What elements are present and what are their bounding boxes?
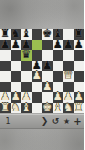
square-b2[interactable]: ♟: [11, 92, 22, 103]
black-knight-b8[interactable]: ♞: [11, 28, 22, 39]
white-pawn-f2[interactable]: ♟: [53, 91, 64, 102]
white-bishop-f1[interactable]: ♝: [53, 101, 64, 112]
square-g4[interactable]: ♛: [63, 71, 74, 82]
square-g7[interactable]: ♟: [63, 40, 74, 51]
square-f5[interactable]: [53, 61, 64, 72]
black-king-e8[interactable]: ♚: [42, 28, 53, 39]
square-b8[interactable]: ♞: [11, 29, 22, 40]
square-a1[interactable]: ♜: [0, 103, 11, 114]
black-pawn-d5[interactable]: ♟: [32, 59, 43, 70]
square-d2[interactable]: [32, 92, 43, 103]
square-b6[interactable]: [11, 50, 22, 61]
undo-icon[interactable]: ↺: [51, 115, 60, 128]
square-h8[interactable]: ♜: [74, 29, 85, 40]
square-e2[interactable]: [42, 92, 53, 103]
black-rook-h8[interactable]: ♜: [74, 28, 85, 39]
star-icon[interactable]: ★: [62, 115, 71, 128]
square-h3[interactable]: [74, 82, 85, 93]
black-bishop-c8[interactable]: ♝: [21, 28, 32, 39]
square-h7[interactable]: ♟: [74, 40, 85, 51]
app-background: ♜♞♝♚♝♜♟♟♟♟♟♟♛♟♟♟♛♟♟♟♟♟♟♟♜♞♝♚♝♞♜ 1 ❯ ↺ ★ …: [0, 0, 84, 150]
square-f2[interactable]: ♟: [53, 92, 64, 103]
square-a6[interactable]: [0, 50, 11, 61]
square-g5[interactable]: [63, 61, 74, 72]
square-e1[interactable]: ♚: [42, 103, 53, 114]
square-e6[interactable]: [42, 50, 53, 61]
square-f8[interactable]: ♝: [53, 29, 64, 40]
square-f7[interactable]: ♟: [53, 40, 64, 51]
square-d1[interactable]: [32, 103, 43, 114]
square-f6[interactable]: [53, 50, 64, 61]
square-d7[interactable]: [32, 40, 43, 51]
black-pawn-a7[interactable]: ♟: [0, 38, 11, 49]
square-c4[interactable]: [21, 71, 32, 82]
square-e3[interactable]: ♟: [42, 82, 53, 93]
chess-board[interactable]: ♜♞♝♚♝♜♟♟♟♟♟♟♛♟♟♟♛♟♟♟♟♟♟♟♜♞♝♚♝♞♜: [0, 29, 84, 113]
square-c2[interactable]: ♟: [21, 92, 32, 103]
square-b7[interactable]: ♟: [11, 40, 22, 51]
square-h5[interactable]: [74, 61, 85, 72]
white-pawn-e3[interactable]: ♟: [42, 80, 53, 91]
black-pawn-e5[interactable]: ♟: [42, 59, 53, 70]
black-pawn-c7[interactable]: ♟: [21, 38, 32, 49]
square-d8[interactable]: [32, 29, 43, 40]
square-h6[interactable]: [74, 50, 85, 61]
square-g1[interactable]: ♞: [63, 103, 74, 114]
bottom-toolbar: 1 ❯ ↺ ★ +: [0, 114, 84, 129]
square-c7[interactable]: ♟: [21, 40, 32, 51]
white-knight-b1[interactable]: ♞: [11, 101, 22, 112]
square-g3[interactable]: [63, 82, 74, 93]
square-b4[interactable]: [11, 71, 22, 82]
square-g8[interactable]: [63, 29, 74, 40]
white-knight-g1[interactable]: ♞: [63, 101, 74, 112]
white-rook-h1[interactable]: ♜: [74, 101, 85, 112]
square-e7[interactable]: [42, 40, 53, 51]
square-d6[interactable]: [32, 50, 43, 61]
square-a8[interactable]: ♜: [0, 29, 11, 40]
square-h1[interactable]: ♜: [74, 103, 85, 114]
square-d3[interactable]: [32, 82, 43, 93]
black-queen-c6[interactable]: ♛: [21, 49, 32, 60]
square-c3[interactable]: [21, 82, 32, 93]
plus-icon[interactable]: +: [73, 115, 82, 128]
square-a5[interactable]: [0, 61, 11, 72]
white-pawn-c2[interactable]: ♟: [21, 91, 32, 102]
square-e5[interactable]: ♟: [42, 61, 53, 72]
white-pawn-g2[interactable]: ♟: [63, 91, 74, 102]
black-pawn-h7[interactable]: ♟: [74, 38, 85, 49]
square-c6[interactable]: ♛: [21, 50, 32, 61]
square-f4[interactable]: [53, 71, 64, 82]
square-d4[interactable]: ♟: [32, 71, 43, 82]
square-a4[interactable]: [0, 71, 11, 82]
move-number-label: 1: [4, 115, 12, 128]
square-c5[interactable]: [21, 61, 32, 72]
white-pawn-a2[interactable]: ♟: [0, 91, 11, 102]
square-e4[interactable]: [42, 71, 53, 82]
square-g2[interactable]: ♟: [63, 92, 74, 103]
square-c1[interactable]: ♝: [21, 103, 32, 114]
black-pawn-f7[interactable]: ♟: [53, 38, 64, 49]
square-e8[interactable]: ♚: [42, 29, 53, 40]
white-pawn-d4[interactable]: ♟: [32, 70, 43, 81]
square-g6[interactable]: [63, 50, 74, 61]
square-f3[interactable]: [53, 82, 64, 93]
square-c8[interactable]: ♝: [21, 29, 32, 40]
black-pawn-g7[interactable]: ♟: [63, 38, 74, 49]
square-h2[interactable]: ♟: [74, 92, 85, 103]
square-d5[interactable]: ♟: [32, 61, 43, 72]
square-b1[interactable]: ♞: [11, 103, 22, 114]
white-queen-g4[interactable]: ♛: [63, 70, 74, 81]
square-a7[interactable]: ♟: [0, 40, 11, 51]
black-rook-a8[interactable]: ♜: [0, 28, 11, 39]
square-h4[interactable]: [74, 71, 85, 82]
square-f1[interactable]: ♝: [53, 103, 64, 114]
white-pawn-h2[interactable]: ♟: [74, 91, 85, 102]
white-bishop-c1[interactable]: ♝: [21, 101, 32, 112]
forward-icon[interactable]: ❯: [40, 115, 49, 128]
square-b5[interactable]: [11, 61, 22, 72]
square-a2[interactable]: ♟: [0, 92, 11, 103]
white-pawn-b2[interactable]: ♟: [11, 91, 22, 102]
black-pawn-b7[interactable]: ♟: [11, 38, 22, 49]
square-a3[interactable]: [0, 82, 11, 93]
black-bishop-f8[interactable]: ♝: [53, 28, 64, 39]
white-rook-a1[interactable]: ♜: [0, 101, 11, 112]
square-b3[interactable]: [11, 82, 22, 93]
white-king-e1[interactable]: ♚: [42, 101, 53, 112]
